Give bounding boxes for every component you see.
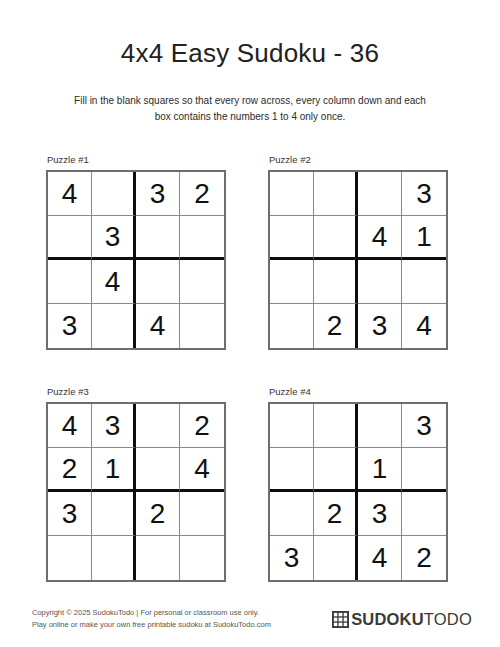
puzzle-2: Puzzle #2 341234	[268, 154, 448, 350]
puzzle-3-cell-r3c2	[92, 492, 136, 536]
puzzle-4-cell-r3c1	[270, 492, 314, 536]
puzzle-1-cell-r2c2: 3	[92, 216, 136, 260]
puzzle-3: Puzzle #3 43221432	[46, 386, 226, 582]
logo-text-sudoku: SUDOKU	[351, 610, 424, 628]
puzzle-1-cell-r2c4	[180, 216, 224, 260]
puzzle-4-cell-r1c4: 3	[402, 404, 446, 448]
puzzle-4-cell-r2c1	[270, 448, 314, 492]
page-title: 4x4 Easy Sudoku - 36	[0, 38, 500, 69]
puzzle-2-cell-r4c4: 4	[402, 304, 446, 348]
puzzle-3-cell-r2c1: 2	[48, 448, 92, 492]
puzzle-1-cell-r4c3: 4	[136, 304, 180, 348]
puzzle-3-cell-r1c2: 3	[92, 404, 136, 448]
puzzle-3-cell-r4c4	[180, 536, 224, 580]
puzzle-4-cell-r2c3: 1	[358, 448, 402, 492]
puzzle-1: Puzzle #1 4323434	[46, 154, 226, 350]
copyright-line-2: Play online or make your own free printa…	[32, 619, 271, 631]
puzzle-2-cell-r4c1	[270, 304, 314, 348]
puzzle-4: Puzzle #4 3123342	[268, 386, 448, 582]
puzzle-2-cell-r4c2: 2	[314, 304, 358, 348]
puzzle-2-cell-r3c1	[270, 260, 314, 304]
puzzle-2-cell-r2c4: 1	[402, 216, 446, 260]
puzzle-4-cell-r1c3	[358, 404, 402, 448]
puzzle-1-cell-r3c3	[136, 260, 180, 304]
puzzle-2-cell-r1c2	[314, 172, 358, 216]
copyright-text: Copyright © 2025 SudokuTodo | For person…	[32, 607, 271, 631]
puzzle-1-cell-r2c3	[136, 216, 180, 260]
puzzle-1-cell-r4c4	[180, 304, 224, 348]
puzzle-4-cell-r1c1	[270, 404, 314, 448]
printable-sudoku-page: 4x4 Easy Sudoku - 36 Fill in the blank s…	[0, 0, 500, 647]
sudoku-board-4: 3123342	[268, 402, 448, 582]
puzzle-1-cell-r1c2	[92, 172, 136, 216]
sudoku-board-2: 341234	[268, 170, 448, 350]
puzzle-4-label: Puzzle #4	[269, 386, 448, 397]
puzzle-2-cell-r2c1	[270, 216, 314, 260]
puzzle-4-cell-r3c3: 3	[358, 492, 402, 536]
puzzle-1-cell-r3c4	[180, 260, 224, 304]
logo-text-todo: TODO	[424, 610, 472, 628]
sudoku-board-3: 43221432	[46, 402, 226, 582]
puzzle-2-cell-r2c2	[314, 216, 358, 260]
puzzle-3-label: Puzzle #3	[47, 386, 226, 397]
puzzle-1-cell-r1c3: 3	[136, 172, 180, 216]
puzzle-1-cell-r4c1: 3	[48, 304, 92, 348]
puzzle-1-cell-r3c1	[48, 260, 92, 304]
puzzle-3-cell-r3c3: 2	[136, 492, 180, 536]
puzzle-2-cell-r4c3: 3	[358, 304, 402, 348]
puzzle-1-cell-r1c1: 4	[48, 172, 92, 216]
puzzle-4-cell-r2c4	[402, 448, 446, 492]
sudoku-board-1: 4323434	[46, 170, 226, 350]
puzzle-3-cell-r3c4	[180, 492, 224, 536]
puzzle-2-cell-r3c4	[402, 260, 446, 304]
puzzle-4-cell-r4c1: 3	[270, 536, 314, 580]
instructions-text: Fill in the blank squares so that every …	[69, 93, 431, 124]
puzzle-grid-area: Puzzle #1 4323434 Puzzle #2 341234 Puzzl…	[46, 154, 448, 582]
puzzle-1-cell-r4c2	[92, 304, 136, 348]
puzzle-4-cell-r2c2	[314, 448, 358, 492]
puzzle-4-cell-r3c2: 2	[314, 492, 358, 536]
puzzle-3-cell-r2c2: 1	[92, 448, 136, 492]
puzzle-2-cell-r3c2	[314, 260, 358, 304]
puzzle-4-cell-r4c3: 4	[358, 536, 402, 580]
puzzle-3-cell-r2c3	[136, 448, 180, 492]
puzzle-2-cell-r1c1	[270, 172, 314, 216]
logo-wordmark: SUDOKUTODO	[351, 610, 472, 629]
puzzle-3-cell-r1c4: 2	[180, 404, 224, 448]
puzzle-3-cell-r4c3	[136, 536, 180, 580]
puzzle-3-cell-r4c2	[92, 536, 136, 580]
puzzle-3-cell-r4c1	[48, 536, 92, 580]
puzzle-4-cell-r1c2	[314, 404, 358, 448]
puzzle-2-cell-r1c4: 3	[402, 172, 446, 216]
puzzle-3-cell-r3c1: 3	[48, 492, 92, 536]
sudoku-grid-icon	[332, 611, 349, 628]
puzzle-3-cell-r2c4: 4	[180, 448, 224, 492]
puzzle-2-cell-r2c3: 4	[358, 216, 402, 260]
puzzle-4-cell-r4c2	[314, 536, 358, 580]
puzzle-4-cell-r4c4: 2	[402, 536, 446, 580]
puzzle-2-cell-r3c3	[358, 260, 402, 304]
puzzle-1-cell-r3c2: 4	[92, 260, 136, 304]
sudokutodo-logo: SUDOKUTODO	[332, 610, 472, 629]
puzzle-3-cell-r1c3	[136, 404, 180, 448]
copyright-line-1: Copyright © 2025 SudokuTodo | For person…	[32, 607, 271, 619]
puzzle-1-cell-r2c1	[48, 216, 92, 260]
page-footer: Copyright © 2025 SudokuTodo | For person…	[32, 607, 472, 631]
puzzle-3-cell-r1c1: 4	[48, 404, 92, 448]
puzzle-1-label: Puzzle #1	[47, 154, 226, 165]
puzzle-2-label: Puzzle #2	[269, 154, 448, 165]
puzzle-1-cell-r1c4: 2	[180, 172, 224, 216]
puzzle-2-cell-r1c3	[358, 172, 402, 216]
puzzle-4-cell-r3c4	[402, 492, 446, 536]
